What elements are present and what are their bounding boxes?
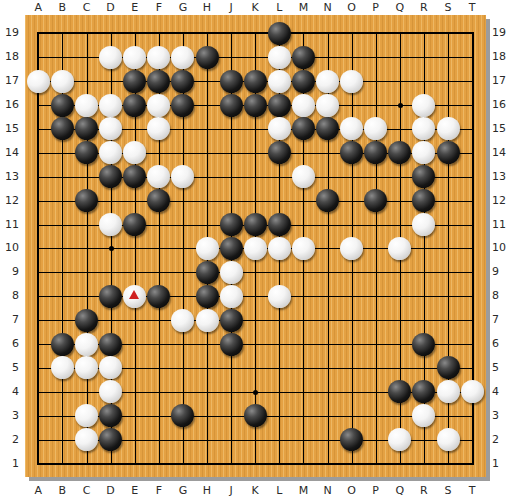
row-label-right-7: 7: [492, 313, 507, 326]
stone-black-B6: [51, 333, 74, 356]
column-label-bottom-O: O: [342, 484, 362, 497]
row-label-left-7: 7: [0, 313, 19, 326]
row-label-left-2: 2: [0, 433, 19, 446]
column-label-top-O: O: [342, 1, 362, 14]
row-label-left-6: 6: [0, 337, 19, 350]
stone-white-F18: [147, 46, 170, 69]
go-board-diagram: ABCDEFGHJKLMNOPQRST 19181716151413121110…: [0, 0, 507, 498]
stone-white-F16: [147, 94, 170, 117]
stone-black-H9: [196, 261, 219, 284]
row-label-right-16: 16: [492, 98, 507, 111]
row-label-left-12: 12: [0, 194, 19, 207]
row-label-left-14: 14: [0, 146, 19, 159]
stone-black-H8: [196, 285, 219, 308]
stone-white-H7: [196, 309, 219, 332]
row-label-right-15: 15: [492, 122, 507, 135]
row-label-left-13: 13: [0, 170, 19, 183]
stone-black-D8: [99, 285, 122, 308]
row-label-left-10: 10: [0, 241, 19, 254]
column-label-top-F: F: [149, 1, 169, 14]
stone-black-L19: [268, 22, 291, 45]
column-label-top-D: D: [101, 1, 121, 14]
last-move-triangle-marker: [129, 290, 139, 299]
row-label-right-4: 4: [492, 385, 507, 398]
stone-black-J10: [220, 237, 243, 260]
stone-white-R16: [412, 94, 435, 117]
stone-white-K10: [244, 237, 267, 260]
stone-black-L14: [268, 141, 291, 164]
stone-white-N16: [316, 94, 339, 117]
stone-white-C2: [75, 428, 98, 451]
stone-white-L8: [268, 285, 291, 308]
stone-black-K16: [244, 94, 267, 117]
row-label-left-15: 15: [0, 122, 19, 135]
column-label-top-E: E: [125, 1, 145, 14]
row-label-right-14: 14: [492, 146, 507, 159]
stone-white-S2: [437, 428, 460, 451]
row-label-left-5: 5: [0, 361, 19, 374]
row-label-left-19: 19: [0, 26, 19, 39]
stone-black-N12: [316, 189, 339, 212]
row-label-left-9: 9: [0, 265, 19, 278]
stone-white-L18: [268, 46, 291, 69]
stone-white-B17: [51, 70, 74, 93]
row-label-right-13: 13: [492, 170, 507, 183]
column-label-bottom-Q: Q: [390, 484, 410, 497]
column-label-top-C: C: [77, 1, 97, 14]
stone-white-G18: [171, 46, 194, 69]
stone-black-M18: [292, 46, 315, 69]
row-label-left-16: 16: [0, 98, 19, 111]
stone-white-S4: [437, 380, 460, 403]
column-label-bottom-G: G: [173, 484, 193, 497]
row-label-right-1: 1: [492, 457, 507, 470]
stone-white-E8: [123, 285, 146, 308]
stone-white-O17: [340, 70, 363, 93]
stone-black-F17: [147, 70, 170, 93]
column-label-bottom-H: H: [197, 484, 217, 497]
stone-white-M13: [292, 165, 315, 188]
stone-black-L11: [268, 213, 291, 236]
stone-black-H18: [196, 46, 219, 69]
row-label-right-5: 5: [492, 361, 507, 374]
stone-white-O10: [340, 237, 363, 260]
column-label-top-T: T: [462, 1, 482, 14]
column-label-bottom-M: M: [293, 484, 313, 497]
row-label-right-8: 8: [492, 289, 507, 302]
column-label-top-Q: Q: [390, 1, 410, 14]
row-label-left-17: 17: [0, 74, 19, 87]
stone-white-L17: [268, 70, 291, 93]
column-label-top-H: H: [197, 1, 217, 14]
column-label-top-L: L: [269, 1, 289, 14]
row-label-right-19: 19: [492, 26, 507, 39]
column-label-bottom-A: A: [28, 484, 48, 497]
stone-black-F8: [147, 285, 170, 308]
stone-black-R6: [412, 333, 435, 356]
stone-white-M10: [292, 237, 315, 260]
column-label-bottom-T: T: [462, 484, 482, 497]
stone-white-E18: [123, 46, 146, 69]
column-label-top-N: N: [318, 1, 338, 14]
column-label-bottom-C: C: [77, 484, 97, 497]
column-label-top-S: S: [438, 1, 458, 14]
row-label-left-11: 11: [0, 218, 19, 231]
column-label-top-A: A: [28, 1, 48, 14]
stone-black-L16: [268, 94, 291, 117]
stone-white-A17: [27, 70, 50, 93]
row-label-left-4: 4: [0, 385, 19, 398]
stone-white-D16: [99, 94, 122, 117]
row-label-right-2: 2: [492, 433, 507, 446]
stone-white-L10: [268, 237, 291, 260]
stone-black-J7: [220, 309, 243, 332]
row-label-right-12: 12: [492, 194, 507, 207]
go-board[interactable]: [25, 15, 486, 477]
row-label-right-9: 9: [492, 265, 507, 278]
stone-black-J6: [220, 333, 243, 356]
column-label-bottom-R: R: [414, 484, 434, 497]
column-label-top-R: R: [414, 1, 434, 14]
row-label-right-11: 11: [492, 218, 507, 231]
column-label-bottom-F: F: [149, 484, 169, 497]
stone-black-J16: [220, 94, 243, 117]
stone-white-G7: [171, 309, 194, 332]
stone-black-K17: [244, 70, 267, 93]
stone-black-C7: [75, 309, 98, 332]
column-label-bottom-K: K: [245, 484, 265, 497]
row-label-right-3: 3: [492, 409, 507, 422]
stone-black-S14: [437, 141, 460, 164]
stone-white-S15: [437, 117, 460, 140]
stone-black-J11: [220, 213, 243, 236]
stone-black-B16: [51, 94, 74, 117]
stone-black-E16: [123, 94, 146, 117]
column-label-bottom-D: D: [101, 484, 121, 497]
stone-white-C6: [75, 333, 98, 356]
column-label-bottom-N: N: [318, 484, 338, 497]
row-label-right-6: 6: [492, 337, 507, 350]
stone-white-H10: [196, 237, 219, 260]
stone-white-D11: [99, 213, 122, 236]
column-label-bottom-S: S: [438, 484, 458, 497]
row-label-right-17: 17: [492, 74, 507, 87]
row-label-left-18: 18: [0, 50, 19, 63]
star-point: [398, 103, 403, 108]
stone-black-C12: [75, 189, 98, 212]
row-label-left-8: 8: [0, 289, 19, 302]
stone-white-C16: [75, 94, 98, 117]
column-label-bottom-B: B: [52, 484, 72, 497]
column-label-top-G: G: [173, 1, 193, 14]
stone-white-D18: [99, 46, 122, 69]
row-label-right-18: 18: [492, 50, 507, 63]
column-label-bottom-J: J: [221, 484, 241, 497]
stone-black-G17: [171, 70, 194, 93]
column-label-top-K: K: [245, 1, 265, 14]
stone-black-D6: [99, 333, 122, 356]
stone-black-G16: [171, 94, 194, 117]
row-label-right-10: 10: [492, 241, 507, 254]
row-label-left-3: 3: [0, 409, 19, 422]
stone-black-K11: [244, 213, 267, 236]
column-label-top-P: P: [366, 1, 386, 14]
stone-white-J8: [220, 285, 243, 308]
row-label-left-1: 1: [0, 457, 19, 470]
column-label-bottom-P: P: [366, 484, 386, 497]
stone-white-J9: [220, 261, 243, 284]
column-label-bottom-E: E: [125, 484, 145, 497]
stone-black-S5: [437, 356, 460, 379]
stone-white-N17: [316, 70, 339, 93]
stone-black-K3: [244, 404, 267, 427]
stone-white-M16: [292, 94, 315, 117]
stone-black-J17: [220, 70, 243, 93]
column-label-top-J: J: [221, 1, 241, 14]
column-label-top-M: M: [293, 1, 313, 14]
star-point: [253, 390, 258, 395]
stone-white-T4: [461, 380, 484, 403]
stone-black-M17: [292, 70, 315, 93]
column-label-bottom-L: L: [269, 484, 289, 497]
stone-black-E17: [123, 70, 146, 93]
column-label-top-B: B: [52, 1, 72, 14]
